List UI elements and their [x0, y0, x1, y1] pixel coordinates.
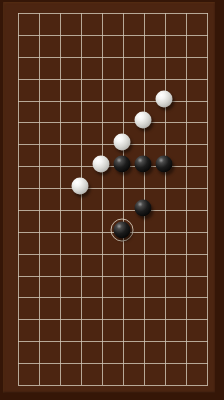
grid-line-horizontal: [18, 79, 208, 80]
white-stone: [93, 156, 110, 173]
grid-line-horizontal: [18, 385, 208, 386]
grid-line-horizontal: [18, 276, 208, 277]
game-board[interactable]: [3, 2, 215, 393]
white-stone: [156, 90, 173, 107]
grid-line-vertical: [207, 13, 208, 385]
grid-line-horizontal: [18, 188, 208, 189]
grid-line-vertical: [81, 13, 82, 385]
white-stone: [72, 178, 89, 195]
grid-line-horizontal: [18, 210, 208, 211]
white-stone: [135, 112, 152, 129]
grid-line-horizontal: [18, 122, 208, 123]
grid-line-horizontal: [18, 341, 208, 342]
black-stone: [156, 156, 173, 173]
black-stone: [114, 221, 131, 238]
grid-line-horizontal: [18, 101, 208, 102]
black-stone: [135, 156, 152, 173]
white-stone: [114, 134, 131, 151]
grid-line-horizontal: [18, 363, 208, 364]
grid-line-horizontal: [18, 35, 208, 36]
grid-line-horizontal: [18, 319, 208, 320]
grid-line-vertical: [123, 13, 124, 385]
grid-line-vertical: [39, 13, 40, 385]
grid-line-vertical: [165, 13, 166, 385]
grid-line-vertical: [186, 13, 187, 385]
grid-line-horizontal: [18, 297, 208, 298]
grid-line-vertical: [102, 13, 103, 385]
grid-line-vertical: [60, 13, 61, 385]
grid-line-horizontal: [18, 13, 208, 14]
grid-line-vertical: [18, 13, 19, 385]
grid-line-horizontal: [18, 254, 208, 255]
black-stone: [135, 199, 152, 216]
black-stone: [114, 156, 131, 173]
gomoku-app: [0, 0, 224, 400]
grid-line-horizontal: [18, 57, 208, 58]
